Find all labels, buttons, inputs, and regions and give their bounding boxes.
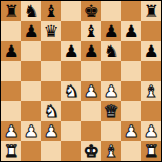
- square-d8[interactable]: [61, 1, 81, 21]
- square-e3[interactable]: [81, 101, 101, 121]
- square-c3[interactable]: ♞: [41, 101, 61, 121]
- square-g3[interactable]: [121, 101, 141, 121]
- square-e4[interactable]: ♟: [81, 81, 101, 101]
- square-h3[interactable]: [141, 101, 161, 121]
- square-g8[interactable]: [121, 1, 141, 21]
- square-e2[interactable]: [81, 121, 101, 141]
- piece-black-pawn[interactable]: ♟: [63, 41, 78, 61]
- square-h4[interactable]: ♝: [141, 81, 161, 101]
- square-e7[interactable]: ♝: [81, 21, 101, 41]
- piece-white-pawn[interactable]: ♟: [43, 121, 58, 141]
- piece-white-pawn[interactable]: ♟: [103, 81, 118, 101]
- piece-black-king[interactable]: ♚: [83, 1, 98, 21]
- square-c7[interactable]: ♛: [41, 21, 61, 41]
- square-e8[interactable]: ♚: [81, 1, 101, 21]
- piece-black-queen[interactable]: ♛: [43, 21, 58, 41]
- square-b7[interactable]: ♟: [21, 21, 41, 41]
- square-c8[interactable]: ♝: [41, 1, 61, 21]
- piece-white-queen[interactable]: ♛: [103, 101, 118, 121]
- piece-black-pawn[interactable]: ♟: [123, 21, 138, 41]
- square-g5[interactable]: [121, 61, 141, 81]
- piece-white-bishop[interactable]: ♝: [143, 81, 158, 101]
- square-f1[interactable]: ♝: [101, 141, 121, 161]
- square-a7[interactable]: [1, 21, 21, 41]
- piece-black-knight[interactable]: ♞: [23, 1, 38, 21]
- square-a2[interactable]: ♟: [1, 121, 21, 141]
- piece-black-rook[interactable]: ♜: [143, 1, 158, 21]
- square-a1[interactable]: ♜: [1, 141, 21, 161]
- piece-black-pawn[interactable]: ♟: [3, 41, 18, 61]
- square-a8[interactable]: ♜: [1, 1, 21, 21]
- square-f5[interactable]: [101, 61, 121, 81]
- piece-black-pawn[interactable]: ♟: [23, 21, 38, 41]
- square-f7[interactable]: ♟: [101, 21, 121, 41]
- piece-white-pawn[interactable]: ♟: [83, 81, 98, 101]
- piece-white-knight[interactable]: ♞: [43, 101, 58, 121]
- square-d7[interactable]: [61, 21, 81, 41]
- square-d5[interactable]: [61, 61, 81, 81]
- square-d4[interactable]: ♞: [61, 81, 81, 101]
- square-c4[interactable]: [41, 81, 61, 101]
- square-h6[interactable]: ♟: [141, 41, 161, 61]
- square-c1[interactable]: [41, 141, 61, 161]
- piece-black-knight[interactable]: ♞: [103, 41, 118, 61]
- square-b1[interactable]: [21, 141, 41, 161]
- square-d2[interactable]: [61, 121, 81, 141]
- piece-white-bishop[interactable]: ♝: [103, 141, 118, 161]
- square-f2[interactable]: [101, 121, 121, 141]
- piece-black-pawn[interactable]: ♟: [83, 41, 98, 61]
- square-h5[interactable]: [141, 61, 161, 81]
- square-b8[interactable]: ♞: [21, 1, 41, 21]
- square-g2[interactable]: ♟: [121, 121, 141, 141]
- chess-board-window: ♜♞♝♚♜♟♛♝♟♟♟♟♟♞♟♞♟♟♝♞♛♟♟♟♟♟♜♚♝♜: [0, 0, 162, 162]
- piece-black-bishop[interactable]: ♝: [43, 1, 58, 21]
- piece-white-pawn[interactable]: ♟: [3, 121, 18, 141]
- square-d3[interactable]: [61, 101, 81, 121]
- piece-black-bishop[interactable]: ♝: [83, 21, 98, 41]
- square-b5[interactable]: [21, 61, 41, 81]
- piece-white-pawn[interactable]: ♟: [123, 121, 138, 141]
- square-e5[interactable]: [81, 61, 101, 81]
- square-b3[interactable]: [21, 101, 41, 121]
- piece-white-rook[interactable]: ♜: [143, 141, 158, 161]
- piece-white-pawn[interactable]: ♟: [143, 121, 158, 141]
- square-g6[interactable]: [121, 41, 141, 61]
- piece-white-pawn[interactable]: ♟: [23, 121, 38, 141]
- square-f8[interactable]: [101, 1, 121, 21]
- piece-black-pawn[interactable]: ♟: [103, 21, 118, 41]
- square-a5[interactable]: [1, 61, 21, 81]
- piece-white-king[interactable]: ♚: [83, 141, 98, 161]
- square-h7[interactable]: [141, 21, 161, 41]
- piece-black-pawn[interactable]: ♟: [143, 41, 158, 61]
- chess-board: ♜♞♝♚♜♟♛♝♟♟♟♟♟♞♟♞♟♟♝♞♛♟♟♟♟♟♜♚♝♜: [0, 0, 162, 162]
- square-d6[interactable]: ♟: [61, 41, 81, 61]
- square-e6[interactable]: ♟: [81, 41, 101, 61]
- square-a6[interactable]: ♟: [1, 41, 21, 61]
- square-h2[interactable]: ♟: [141, 121, 161, 141]
- square-d1[interactable]: [61, 141, 81, 161]
- square-c2[interactable]: ♟: [41, 121, 61, 141]
- square-h1[interactable]: ♜: [141, 141, 161, 161]
- square-b4[interactable]: [21, 81, 41, 101]
- square-a4[interactable]: [1, 81, 21, 101]
- square-a3[interactable]: [1, 101, 21, 121]
- square-e1[interactable]: ♚: [81, 141, 101, 161]
- square-h8[interactable]: ♜: [141, 1, 161, 21]
- square-f6[interactable]: ♞: [101, 41, 121, 61]
- piece-white-knight[interactable]: ♞: [63, 81, 78, 101]
- square-g4[interactable]: [121, 81, 141, 101]
- square-g1[interactable]: [121, 141, 141, 161]
- piece-white-rook[interactable]: ♜: [3, 141, 18, 161]
- square-c6[interactable]: [41, 41, 61, 61]
- square-f3[interactable]: ♛: [101, 101, 121, 121]
- square-b2[interactable]: ♟: [21, 121, 41, 141]
- square-b6[interactable]: [21, 41, 41, 61]
- square-f4[interactable]: ♟: [101, 81, 121, 101]
- square-c5[interactable]: [41, 61, 61, 81]
- square-g7[interactable]: ♟: [121, 21, 141, 41]
- piece-black-rook[interactable]: ♜: [3, 1, 18, 21]
